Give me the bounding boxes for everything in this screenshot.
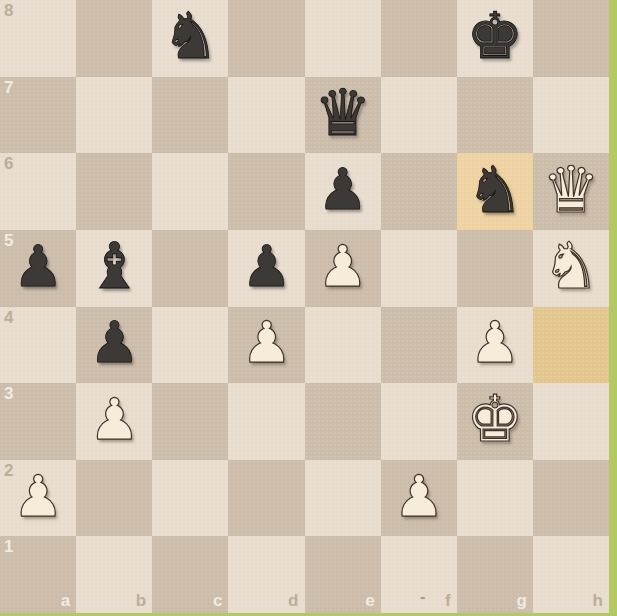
square-e6[interactable]: ♟ <box>305 153 381 230</box>
square-f7[interactable] <box>381 77 457 154</box>
square-h4[interactable] <box>533 307 609 384</box>
file-label-g: g <box>516 591 526 611</box>
square-d2[interactable] <box>228 460 304 537</box>
square-e2[interactable] <box>305 460 381 537</box>
black-king[interactable]: ♚ <box>466 4 523 68</box>
white-knight[interactable]: ♞ <box>542 234 599 298</box>
square-c6[interactable] <box>152 153 228 230</box>
square-h3[interactable] <box>533 383 609 460</box>
square-c7[interactable] <box>152 77 228 154</box>
square-e7[interactable]: ♛ <box>305 77 381 154</box>
black-pawn[interactable]: ♟ <box>89 314 140 371</box>
black-pawn[interactable]: ♟ <box>13 238 64 295</box>
black-queen[interactable]: ♛ <box>314 81 371 145</box>
square-h7[interactable] <box>533 77 609 154</box>
black-knight[interactable]: ♞ <box>466 158 523 222</box>
square-h5[interactable]: ♞ <box>533 230 609 307</box>
black-knight[interactable]: ♞ <box>162 4 219 68</box>
file-label-h: h <box>593 591 603 611</box>
square-a7[interactable]: 7 <box>0 77 76 154</box>
square-c3[interactable] <box>152 383 228 460</box>
chess-board[interactable]: 8♞♚7♛6♟♞♛5♟♝♟♟♞4♟♟♟3♟♚2♟♟1abcdefgh <box>0 0 609 613</box>
stray-dash-mark: - <box>420 588 425 606</box>
square-c4[interactable] <box>152 307 228 384</box>
white-king[interactable]: ♚ <box>466 387 523 451</box>
square-d3[interactable] <box>228 383 304 460</box>
black-bishop[interactable]: ♝ <box>86 234 143 298</box>
square-h1[interactable]: h <box>533 536 609 613</box>
black-pawn[interactable]: ♟ <box>241 238 292 295</box>
square-h8[interactable] <box>533 0 609 77</box>
file-label-e: e <box>365 591 374 611</box>
square-c2[interactable] <box>152 460 228 537</box>
square-d4[interactable]: ♟ <box>228 307 304 384</box>
square-d6[interactable] <box>228 153 304 230</box>
square-f3[interactable] <box>381 383 457 460</box>
square-f5[interactable] <box>381 230 457 307</box>
white-pawn[interactable]: ♟ <box>469 314 520 371</box>
white-pawn[interactable]: ♟ <box>317 238 368 295</box>
square-g7[interactable] <box>457 77 533 154</box>
square-b7[interactable] <box>76 77 152 154</box>
square-g6[interactable]: ♞ <box>457 153 533 230</box>
square-c8[interactable]: ♞ <box>152 0 228 77</box>
rank-label-8: 8 <box>4 1 13 21</box>
black-pawn[interactable]: ♟ <box>317 161 368 218</box>
file-label-b: b <box>136 591 146 611</box>
square-d8[interactable] <box>228 0 304 77</box>
square-d5[interactable]: ♟ <box>228 230 304 307</box>
square-b3[interactable]: ♟ <box>76 383 152 460</box>
square-f1[interactable]: f <box>381 536 457 613</box>
square-e5[interactable]: ♟ <box>305 230 381 307</box>
square-h2[interactable] <box>533 460 609 537</box>
square-a8[interactable]: 8 <box>0 0 76 77</box>
square-e4[interactable] <box>305 307 381 384</box>
square-a5[interactable]: 5♟ <box>0 230 76 307</box>
file-label-f: f <box>445 591 451 611</box>
white-pawn[interactable]: ♟ <box>241 314 292 371</box>
square-g5[interactable] <box>457 230 533 307</box>
square-f8[interactable] <box>381 0 457 77</box>
square-g2[interactable] <box>457 460 533 537</box>
file-label-c: c <box>213 591 222 611</box>
square-a6[interactable]: 6 <box>0 153 76 230</box>
square-a4[interactable]: 4 <box>0 307 76 384</box>
square-f4[interactable] <box>381 307 457 384</box>
square-b8[interactable] <box>76 0 152 77</box>
square-a2[interactable]: 2♟ <box>0 460 76 537</box>
square-g1[interactable]: g <box>457 536 533 613</box>
white-pawn[interactable]: ♟ <box>89 391 140 448</box>
square-c5[interactable] <box>152 230 228 307</box>
square-d7[interactable] <box>228 77 304 154</box>
square-f6[interactable] <box>381 153 457 230</box>
rank-label-7: 7 <box>4 78 13 98</box>
square-b1[interactable]: b <box>76 536 152 613</box>
white-pawn[interactable]: ♟ <box>13 468 64 525</box>
white-queen[interactable]: ♛ <box>542 158 599 222</box>
square-d1[interactable]: d <box>228 536 304 613</box>
square-g3[interactable]: ♚ <box>457 383 533 460</box>
square-e8[interactable] <box>305 0 381 77</box>
rank-label-4: 4 <box>4 308 13 328</box>
square-g8[interactable]: ♚ <box>457 0 533 77</box>
white-pawn[interactable]: ♟ <box>393 468 444 525</box>
file-label-a: a <box>61 591 70 611</box>
square-e1[interactable]: e <box>305 536 381 613</box>
rank-label-1: 1 <box>4 537 13 557</box>
square-h6[interactable]: ♛ <box>533 153 609 230</box>
square-g4[interactable]: ♟ <box>457 307 533 384</box>
square-c1[interactable]: c <box>152 536 228 613</box>
square-b2[interactable] <box>76 460 152 537</box>
file-label-d: d <box>288 591 298 611</box>
chess-window: 8♞♚7♛6♟♞♛5♟♝♟♟♞4♟♟♟3♟♚2♟♟1abcdefgh - <box>0 0 617 616</box>
square-b5[interactable]: ♝ <box>76 230 152 307</box>
square-a3[interactable]: 3 <box>0 383 76 460</box>
square-b6[interactable] <box>76 153 152 230</box>
rank-label-3: 3 <box>4 384 13 404</box>
square-a1[interactable]: 1a <box>0 536 76 613</box>
square-b4[interactable]: ♟ <box>76 307 152 384</box>
square-f2[interactable]: ♟ <box>381 460 457 537</box>
square-e3[interactable] <box>305 383 381 460</box>
rank-label-6: 6 <box>4 154 13 174</box>
